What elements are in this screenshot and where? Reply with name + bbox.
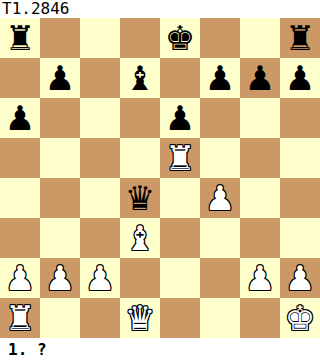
white-pawn-b2: ♟ <box>45 258 75 298</box>
square-d8[interactable] <box>120 18 160 58</box>
square-a6[interactable]: ♟ <box>0 98 40 138</box>
square-e5[interactable]: ♜ <box>160 138 200 178</box>
square-e7[interactable] <box>160 58 200 98</box>
black-king-e8: ♚ <box>165 18 195 58</box>
white-bishop-d3: ♝ <box>125 218 155 258</box>
square-d1[interactable]: ♛ <box>120 298 160 338</box>
square-f2[interactable] <box>200 258 240 298</box>
square-g4[interactable] <box>240 178 280 218</box>
square-h5[interactable] <box>280 138 320 178</box>
square-a7[interactable] <box>0 58 40 98</box>
square-h6[interactable] <box>280 98 320 138</box>
square-b4[interactable] <box>40 178 80 218</box>
square-d3[interactable]: ♝ <box>120 218 160 258</box>
square-a4[interactable] <box>0 178 40 218</box>
white-king-h1: ♚ <box>285 298 315 338</box>
black-pawn-a6: ♟ <box>5 98 35 138</box>
white-pawn-a2: ♟ <box>5 258 35 298</box>
square-b7[interactable]: ♟ <box>40 58 80 98</box>
square-g5[interactable] <box>240 138 280 178</box>
white-rook-a1: ♜ <box>5 298 35 338</box>
white-pawn-g2: ♟ <box>245 258 275 298</box>
square-e2[interactable] <box>160 258 200 298</box>
square-e1[interactable] <box>160 298 200 338</box>
square-d6[interactable] <box>120 98 160 138</box>
square-f7[interactable]: ♟ <box>200 58 240 98</box>
square-d4[interactable]: ♛ <box>120 178 160 218</box>
square-g2[interactable]: ♟ <box>240 258 280 298</box>
white-pawn-c2: ♟ <box>85 258 115 298</box>
square-f5[interactable] <box>200 138 240 178</box>
square-g1[interactable] <box>240 298 280 338</box>
black-rook-a8: ♜ <box>5 18 35 58</box>
square-f8[interactable] <box>200 18 240 58</box>
square-f3[interactable] <box>200 218 240 258</box>
square-g7[interactable]: ♟ <box>240 58 280 98</box>
square-g8[interactable] <box>240 18 280 58</box>
square-c5[interactable] <box>80 138 120 178</box>
square-g3[interactable] <box>240 218 280 258</box>
square-b2[interactable]: ♟ <box>40 258 80 298</box>
black-pawn-f7: ♟ <box>205 58 235 98</box>
square-c4[interactable] <box>80 178 120 218</box>
square-d5[interactable] <box>120 138 160 178</box>
square-e4[interactable] <box>160 178 200 218</box>
white-pawn-f4: ♟ <box>205 178 235 218</box>
black-pawn-g7: ♟ <box>245 58 275 98</box>
square-e8[interactable]: ♚ <box>160 18 200 58</box>
move-prompt: 1. ? <box>0 338 320 360</box>
square-a8[interactable]: ♜ <box>0 18 40 58</box>
square-b8[interactable] <box>40 18 80 58</box>
black-bishop-d7: ♝ <box>125 58 155 98</box>
square-c7[interactable] <box>80 58 120 98</box>
square-a1[interactable]: ♜ <box>0 298 40 338</box>
square-a5[interactable] <box>0 138 40 178</box>
black-pawn-e6: ♟ <box>165 98 195 138</box>
square-c3[interactable] <box>80 218 120 258</box>
chess-board: ♜♚♜♟♝♟♟♟♟♟♜♛♟♝♟♟♟♟♟♜♛♚ <box>0 18 320 338</box>
white-rook-e5: ♜ <box>165 138 195 178</box>
square-c6[interactable] <box>80 98 120 138</box>
square-e6[interactable]: ♟ <box>160 98 200 138</box>
square-e3[interactable] <box>160 218 200 258</box>
white-pawn-h2: ♟ <box>285 258 315 298</box>
square-g6[interactable] <box>240 98 280 138</box>
square-b3[interactable] <box>40 218 80 258</box>
square-d7[interactable]: ♝ <box>120 58 160 98</box>
square-h8[interactable]: ♜ <box>280 18 320 58</box>
square-f1[interactable] <box>200 298 240 338</box>
puzzle-title: T1.2846 <box>0 0 320 18</box>
black-queen-d4: ♛ <box>125 178 155 218</box>
square-h1[interactable]: ♚ <box>280 298 320 338</box>
square-a3[interactable] <box>0 218 40 258</box>
square-h3[interactable] <box>280 218 320 258</box>
square-b6[interactable] <box>40 98 80 138</box>
square-c1[interactable] <box>80 298 120 338</box>
square-f4[interactable]: ♟ <box>200 178 240 218</box>
square-f6[interactable] <box>200 98 240 138</box>
square-c8[interactable] <box>80 18 120 58</box>
square-b5[interactable] <box>40 138 80 178</box>
black-rook-h8: ♜ <box>285 18 315 58</box>
white-queen-d1: ♛ <box>125 298 155 338</box>
square-d2[interactable] <box>120 258 160 298</box>
square-h2[interactable]: ♟ <box>280 258 320 298</box>
square-c2[interactable]: ♟ <box>80 258 120 298</box>
square-h7[interactable]: ♟ <box>280 58 320 98</box>
black-pawn-h7: ♟ <box>285 58 315 98</box>
square-b1[interactable] <box>40 298 80 338</box>
black-pawn-b7: ♟ <box>45 58 75 98</box>
square-a2[interactable]: ♟ <box>0 258 40 298</box>
square-h4[interactable] <box>280 178 320 218</box>
